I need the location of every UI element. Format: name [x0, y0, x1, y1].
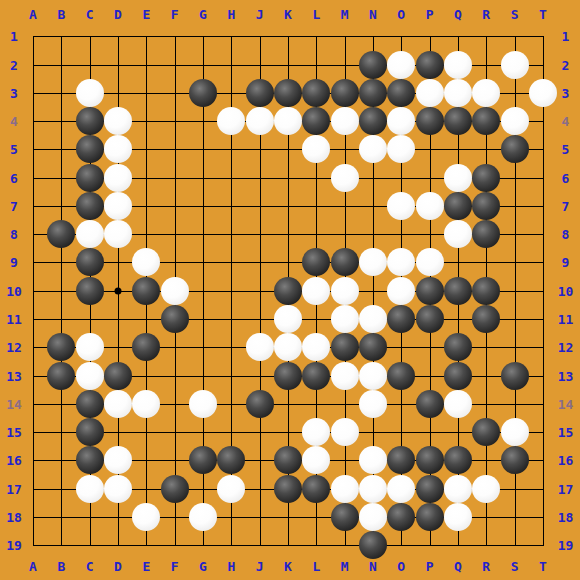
col-label-bottom: A: [29, 559, 37, 572]
row-label-right: 10: [558, 284, 574, 297]
row-label-right: 18: [558, 510, 574, 523]
stone-black: [444, 277, 472, 305]
row-label-right: 9: [562, 256, 570, 269]
col-label-top: F: [171, 8, 179, 21]
stone-white: [104, 390, 132, 418]
stone-white: [444, 164, 472, 192]
stone-black: [472, 220, 500, 248]
col-label-bottom: H: [227, 559, 235, 572]
col-label-top: C: [86, 8, 94, 21]
col-label-top: L: [312, 8, 320, 21]
col-label-bottom: R: [482, 559, 490, 572]
go-board[interactable]: AABBCCDDEEFFGGHHJJKKLLMMNNOOPPQQRRSSTT11…: [0, 0, 580, 580]
stone-white: [302, 135, 330, 163]
stone-white: [76, 333, 104, 361]
star-point: [114, 287, 121, 294]
row-label-right: 8: [562, 228, 570, 241]
stone-black: [359, 531, 387, 559]
row-label-left: 17: [6, 482, 22, 495]
row-label-left: 13: [6, 369, 22, 382]
stone-white: [76, 475, 104, 503]
col-label-bottom: E: [142, 559, 150, 572]
col-label-top: N: [369, 8, 377, 21]
col-label-top: P: [426, 8, 434, 21]
stone-white: [331, 475, 359, 503]
stone-black: [359, 107, 387, 135]
stone-white: [189, 390, 217, 418]
stone-white: [387, 475, 415, 503]
stone-white: [387, 135, 415, 163]
row-label-left: 1: [10, 30, 18, 43]
stone-black: [416, 446, 444, 474]
stone-black: [76, 248, 104, 276]
stone-black: [302, 475, 330, 503]
stone-white: [444, 51, 472, 79]
stone-black: [246, 390, 274, 418]
stone-black: [217, 446, 245, 474]
stone-black: [387, 446, 415, 474]
row-label-left: 5: [10, 143, 18, 156]
row-label-right: 1: [562, 30, 570, 43]
stone-black: [387, 305, 415, 333]
stone-black: [76, 164, 104, 192]
row-label-left: 11: [6, 313, 22, 326]
stone-black: [76, 135, 104, 163]
stone-black: [47, 362, 75, 390]
stone-black: [302, 248, 330, 276]
stone-black: [501, 446, 529, 474]
stone-black: [189, 79, 217, 107]
col-label-top: J: [256, 8, 264, 21]
stone-white: [501, 107, 529, 135]
stone-white: [444, 503, 472, 531]
stone-white: [274, 107, 302, 135]
row-label-left: 8: [10, 228, 18, 241]
row-label-left: 9: [10, 256, 18, 269]
stone-white: [302, 446, 330, 474]
stone-white: [359, 475, 387, 503]
stone-white: [189, 503, 217, 531]
stone-white: [331, 305, 359, 333]
row-label-left: 6: [10, 171, 18, 184]
col-label-top: G: [199, 8, 207, 21]
stone-white: [331, 277, 359, 305]
stone-white: [274, 333, 302, 361]
board-grid-line-vertical: [33, 36, 34, 546]
row-label-left: 16: [6, 454, 22, 467]
stone-black: [444, 192, 472, 220]
row-label-right: 13: [558, 369, 574, 382]
stone-black: [47, 333, 75, 361]
col-label-bottom: S: [511, 559, 519, 572]
stone-white: [501, 418, 529, 446]
stone-black: [76, 446, 104, 474]
stone-white: [359, 248, 387, 276]
col-label-top: E: [142, 8, 150, 21]
stone-white: [359, 503, 387, 531]
col-label-bottom: T: [539, 559, 547, 572]
stone-white: [416, 79, 444, 107]
stone-white: [416, 248, 444, 276]
col-label-bottom: K: [284, 559, 292, 572]
stone-black: [444, 362, 472, 390]
stone-white: [359, 135, 387, 163]
stone-black: [472, 192, 500, 220]
stone-white: [387, 192, 415, 220]
row-label-right: 19: [558, 539, 574, 552]
stone-black: [331, 79, 359, 107]
col-label-bottom: O: [397, 559, 405, 572]
stone-white: [472, 79, 500, 107]
stone-white: [444, 220, 472, 248]
row-label-left: 7: [10, 199, 18, 212]
stone-black: [416, 51, 444, 79]
stone-black: [472, 418, 500, 446]
stone-white: [104, 135, 132, 163]
row-label-right: 7: [562, 199, 570, 212]
stone-white: [331, 164, 359, 192]
stone-black: [331, 248, 359, 276]
stone-black: [444, 107, 472, 135]
stone-white: [444, 79, 472, 107]
stone-black: [161, 475, 189, 503]
stone-black: [161, 305, 189, 333]
stone-white: [104, 164, 132, 192]
stone-black: [189, 446, 217, 474]
stone-black: [501, 362, 529, 390]
stone-black: [132, 333, 160, 361]
stone-white: [302, 333, 330, 361]
stone-white: [104, 220, 132, 248]
col-label-top: O: [397, 8, 405, 21]
row-label-left: 12: [6, 341, 22, 354]
stone-black: [76, 277, 104, 305]
col-label-top: D: [114, 8, 122, 21]
stone-black: [416, 277, 444, 305]
stone-white: [246, 107, 274, 135]
stone-white: [359, 390, 387, 418]
row-label-left: 15: [6, 426, 22, 439]
col-label-bottom: M: [341, 559, 349, 572]
board-grid-line-vertical: [61, 36, 62, 546]
col-label-top: T: [539, 8, 547, 21]
row-label-right: 5: [562, 143, 570, 156]
stone-black: [472, 164, 500, 192]
stone-white: [331, 418, 359, 446]
stone-white: [104, 192, 132, 220]
stone-black: [501, 135, 529, 163]
stone-black: [472, 305, 500, 333]
col-label-bottom: C: [86, 559, 94, 572]
col-label-bottom: Q: [454, 559, 462, 572]
stone-black: [76, 390, 104, 418]
col-label-top: A: [29, 8, 37, 21]
row-label-left: 10: [6, 284, 22, 297]
stone-black: [416, 475, 444, 503]
stone-black: [416, 390, 444, 418]
row-label-left: 2: [10, 58, 18, 71]
row-label-left: 18: [6, 510, 22, 523]
stone-white: [104, 446, 132, 474]
stone-black: [274, 277, 302, 305]
col-label-top: R: [482, 8, 490, 21]
stone-black: [416, 305, 444, 333]
stone-white: [217, 107, 245, 135]
stone-black: [359, 333, 387, 361]
col-label-top: B: [57, 8, 65, 21]
col-label-bottom: F: [171, 559, 179, 572]
stone-white: [529, 79, 557, 107]
board-grid-line-vertical: [543, 36, 544, 546]
row-label-right: 2: [562, 58, 570, 71]
row-label-left: 3: [10, 86, 18, 99]
stone-black: [47, 220, 75, 248]
stone-black: [302, 107, 330, 135]
stone-white: [302, 277, 330, 305]
stone-white: [387, 277, 415, 305]
stone-black: [387, 362, 415, 390]
stone-black: [359, 79, 387, 107]
stone-white: [331, 362, 359, 390]
row-label-right: 16: [558, 454, 574, 467]
row-label-right: 3: [562, 86, 570, 99]
col-label-bottom: B: [57, 559, 65, 572]
col-label-bottom: D: [114, 559, 122, 572]
stone-white: [331, 107, 359, 135]
stone-black: [387, 503, 415, 531]
stone-white: [501, 51, 529, 79]
row-label-right: 11: [558, 313, 574, 326]
stone-white: [359, 446, 387, 474]
col-label-top: S: [511, 8, 519, 21]
stone-black: [331, 333, 359, 361]
stone-white: [472, 475, 500, 503]
stone-black: [274, 79, 302, 107]
stone-black: [302, 362, 330, 390]
stone-black: [444, 333, 472, 361]
stone-black: [274, 475, 302, 503]
stone-black: [416, 107, 444, 135]
stone-black: [331, 503, 359, 531]
stone-white: [359, 362, 387, 390]
row-label-right: 15: [558, 426, 574, 439]
stone-white: [274, 305, 302, 333]
stone-black: [274, 362, 302, 390]
row-label-left: 4: [10, 115, 18, 128]
col-label-top: K: [284, 8, 292, 21]
row-label-right: 17: [558, 482, 574, 495]
stone-white: [444, 475, 472, 503]
stone-black: [76, 107, 104, 135]
stone-white: [132, 248, 160, 276]
row-label-right: 12: [558, 341, 574, 354]
stone-black: [472, 107, 500, 135]
stone-white: [359, 305, 387, 333]
col-label-top: Q: [454, 8, 462, 21]
col-label-top: M: [341, 8, 349, 21]
stone-black: [416, 503, 444, 531]
stone-black: [302, 79, 330, 107]
row-label-right: 14: [558, 397, 574, 410]
col-label-bottom: L: [312, 559, 320, 572]
stone-white: [444, 390, 472, 418]
stone-black: [132, 277, 160, 305]
stone-black: [387, 79, 415, 107]
row-label-right: 6: [562, 171, 570, 184]
stone-white: [76, 362, 104, 390]
stone-white: [246, 333, 274, 361]
col-label-bottom: N: [369, 559, 377, 572]
stone-white: [302, 418, 330, 446]
stone-black: [274, 446, 302, 474]
stone-black: [76, 192, 104, 220]
stone-white: [76, 79, 104, 107]
col-label-bottom: G: [199, 559, 207, 572]
stone-white: [387, 248, 415, 276]
stone-white: [161, 277, 189, 305]
col-label-top: H: [227, 8, 235, 21]
row-label-left: 14: [6, 397, 22, 410]
col-label-bottom: P: [426, 559, 434, 572]
stone-black: [246, 79, 274, 107]
stone-white: [387, 107, 415, 135]
stone-white: [387, 51, 415, 79]
stone-white: [132, 503, 160, 531]
col-label-bottom: J: [256, 559, 264, 572]
stone-black: [359, 51, 387, 79]
stone-black: [76, 418, 104, 446]
stone-black: [104, 362, 132, 390]
stone-black: [472, 277, 500, 305]
row-label-left: 19: [6, 539, 22, 552]
row-label-right: 4: [562, 115, 570, 128]
stone-white: [132, 390, 160, 418]
stone-black: [444, 446, 472, 474]
stone-white: [416, 192, 444, 220]
stone-white: [104, 107, 132, 135]
stone-white: [217, 475, 245, 503]
stone-white: [76, 220, 104, 248]
stone-white: [104, 475, 132, 503]
